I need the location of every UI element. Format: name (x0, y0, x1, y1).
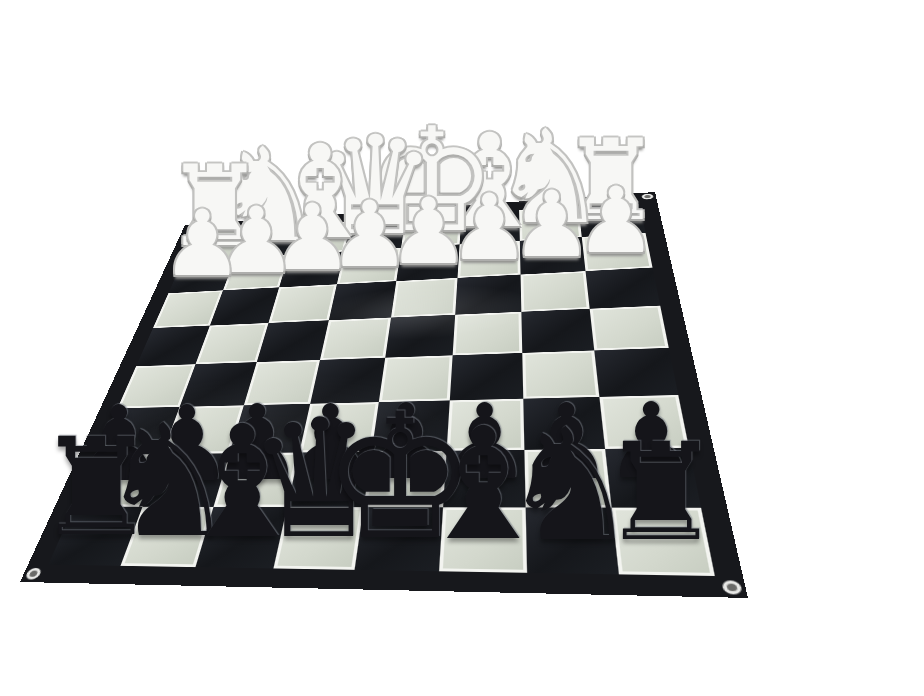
grommet-icon (721, 580, 743, 594)
grommet-icon (24, 568, 42, 580)
square-d4[interactable] (385, 315, 455, 358)
piece-wP-h2[interactable]: ♟ (161, 198, 243, 289)
square-c4[interactable] (453, 312, 523, 356)
square-b3[interactable] (521, 271, 590, 312)
square-a4[interactable] (590, 306, 669, 351)
square-e4[interactable] (320, 318, 391, 360)
square-b4[interactable] (521, 309, 594, 353)
square-a3[interactable] (586, 268, 661, 309)
piece-bR-a8[interactable]: ♜ (600, 426, 721, 561)
square-f4[interactable] (257, 320, 329, 362)
photo-scene: ♜♞♝♛♚♝♞♜♟♟♟♟♟♟♟♟♟♟♟♟♟♟♟♟♜♞♝♛♚♝♞♜ (0, 0, 924, 696)
